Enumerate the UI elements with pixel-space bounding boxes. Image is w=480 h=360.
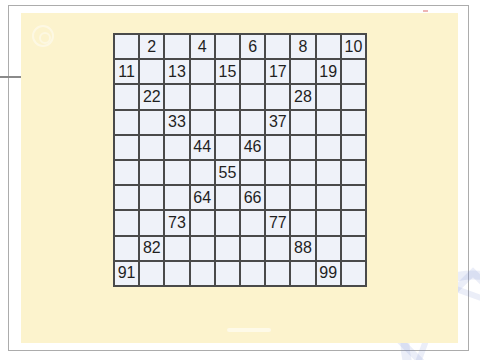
grid-cell-r7c6: 66: [241, 186, 264, 209]
grid-cell-r6c7[interactable]: [266, 161, 289, 184]
grid-cell-r1c5[interactable]: [216, 35, 239, 58]
grid-cell-r9c7[interactable]: [266, 237, 289, 260]
grid-cell-r9c10[interactable]: [342, 237, 365, 260]
grid-cell-r8c1[interactable]: [115, 211, 138, 234]
grid-cell-r5c7[interactable]: [266, 136, 289, 159]
grid-cell-r3c10[interactable]: [342, 85, 365, 108]
grid-cell-r8c10[interactable]: [342, 211, 365, 234]
grid-cell-r6c9[interactable]: [317, 161, 340, 184]
grid-cell-r9c9[interactable]: [317, 237, 340, 260]
grid-cell-r1c4: 4: [191, 35, 214, 58]
grid-cell-r6c3[interactable]: [165, 161, 188, 184]
grid-cell-r5c5[interactable]: [216, 136, 239, 159]
grid-cell-r1c3[interactable]: [165, 35, 188, 58]
grid-cell-r2c5: 15: [216, 60, 239, 83]
grid-cell-r5c2[interactable]: [140, 136, 163, 159]
grid-cell-r6c8[interactable]: [291, 161, 314, 184]
grid-cell-r7c10[interactable]: [342, 186, 365, 209]
grid-cell-r3c5[interactable]: [216, 85, 239, 108]
grid-cell-r4c8[interactable]: [291, 111, 314, 134]
grid-cell-r3c8: 28: [291, 85, 314, 108]
grid-cell-r7c4: 64: [191, 186, 214, 209]
grid-cell-r5c4: 44: [191, 136, 214, 159]
grid-cell-r5c3[interactable]: [165, 136, 188, 159]
grid-cell-r7c2[interactable]: [140, 186, 163, 209]
grid-cell-r10c3[interactable]: [165, 262, 188, 285]
grid-cell-r3c4[interactable]: [191, 85, 214, 108]
grid-cell-r9c8: 88: [291, 237, 314, 260]
grid-cell-r9c6[interactable]: [241, 237, 264, 260]
logo-watermark-inner-ring: [39, 32, 51, 44]
grid-cell-r6c4[interactable]: [191, 161, 214, 184]
grid-cell-r10c2[interactable]: [140, 262, 163, 285]
grid-cell-r4c2[interactable]: [140, 111, 163, 134]
grid-cell-r8c7: 77: [266, 211, 289, 234]
grid-cell-r1c1[interactable]: [115, 35, 138, 58]
grid-cell-r8c4[interactable]: [191, 211, 214, 234]
grid-cell-r9c4[interactable]: [191, 237, 214, 260]
grid-cell-r3c1[interactable]: [115, 85, 138, 108]
red-mark: [423, 10, 428, 12]
grid-cell-r8c2[interactable]: [140, 211, 163, 234]
grid-cell-r4c3: 33: [165, 111, 188, 134]
grid-cell-r4c5[interactable]: [216, 111, 239, 134]
grid-cell-r3c2: 22: [140, 85, 163, 108]
slide-background: 2468101113151719222833374446556466737782…: [21, 13, 458, 343]
grid-cell-r6c2[interactable]: [140, 161, 163, 184]
grid-cell-r7c1[interactable]: [115, 186, 138, 209]
grid-cell-r5c10[interactable]: [342, 136, 365, 159]
grid-cell-r7c7[interactable]: [266, 186, 289, 209]
grid-cell-r2c7: 17: [266, 60, 289, 83]
grid-cell-r4c4[interactable]: [191, 111, 214, 134]
grid-cell-r7c5[interactable]: [216, 186, 239, 209]
grid-cell-r6c10[interactable]: [342, 161, 365, 184]
grid-cell-r1c10: 10: [342, 35, 365, 58]
grid-cell-r9c3[interactable]: [165, 237, 188, 260]
grid-cell-r7c3[interactable]: [165, 186, 188, 209]
grid-cell-r8c8[interactable]: [291, 211, 314, 234]
grid-cell-r2c3: 13: [165, 60, 188, 83]
grid-cell-r1c8: 8: [291, 35, 314, 58]
grid-cell-r5c1[interactable]: [115, 136, 138, 159]
grid-cell-r7c8[interactable]: [291, 186, 314, 209]
grid-cell-r3c7[interactable]: [266, 85, 289, 108]
grid-cell-r8c3: 73: [165, 211, 188, 234]
grid-cell-r9c5[interactable]: [216, 237, 239, 260]
grid-cell-r10c4[interactable]: [191, 262, 214, 285]
grid-cell-r2c8[interactable]: [291, 60, 314, 83]
grid-cell-r2c1: 11: [115, 60, 138, 83]
grid-cell-r2c4[interactable]: [191, 60, 214, 83]
grid-cell-r3c3[interactable]: [165, 85, 188, 108]
grid-cell-r10c7[interactable]: [266, 262, 289, 285]
grid-cell-r7c9[interactable]: [317, 186, 340, 209]
grid-cell-r10c8[interactable]: [291, 262, 314, 285]
logo-watermark-top-left: [32, 25, 54, 47]
grid-cell-r4c7: 37: [266, 111, 289, 134]
grid-cell-r6c1[interactable]: [115, 161, 138, 184]
grid-cell-r10c10[interactable]: [342, 262, 365, 285]
grid-cell-r10c9: 99: [317, 262, 340, 285]
grid-cell-r1c2: 2: [140, 35, 163, 58]
grid-cell-r5c9[interactable]: [317, 136, 340, 159]
grid-cell-r1c7[interactable]: [266, 35, 289, 58]
hundred-chart-grid: 2468101113151719222833374446556466737782…: [113, 33, 367, 287]
grid-cell-r1c9[interactable]: [317, 35, 340, 58]
grid-cell-r3c6[interactable]: [241, 85, 264, 108]
grid-cell-r2c9: 19: [317, 60, 340, 83]
grid-cell-r6c5: 55: [216, 161, 239, 184]
grid-cell-r8c6[interactable]: [241, 211, 264, 234]
grid-cell-r9c2: 82: [140, 237, 163, 260]
grid-cell-r8c5[interactable]: [216, 211, 239, 234]
grid-cell-r10c6[interactable]: [241, 262, 264, 285]
grid-cell-r2c6[interactable]: [241, 60, 264, 83]
grid-cell-r2c10[interactable]: [342, 60, 365, 83]
grid-cell-r5c8[interactable]: [291, 136, 314, 159]
grid-cell-r3c9[interactable]: [317, 85, 340, 108]
grid-cell-r9c1[interactable]: [115, 237, 138, 260]
grid-cell-r10c1: 91: [115, 262, 138, 285]
grid-cell-r6c6[interactable]: [241, 161, 264, 184]
footer-watermark: [227, 328, 271, 332]
grid-cell-r10c5[interactable]: [216, 262, 239, 285]
grid-cell-r5c6: 46: [241, 136, 264, 159]
grid-cell-r4c1[interactable]: [115, 111, 138, 134]
grid-cell-r8c9[interactable]: [317, 211, 340, 234]
grid-cell-r4c9[interactable]: [317, 111, 340, 134]
grid-cell-r2c2[interactable]: [140, 60, 163, 83]
left-guide-line: [0, 76, 23, 78]
grid-cell-r4c10[interactable]: [342, 111, 365, 134]
grid-cell-r4c6[interactable]: [241, 111, 264, 134]
grid-cell-r1c6: 6: [241, 35, 264, 58]
